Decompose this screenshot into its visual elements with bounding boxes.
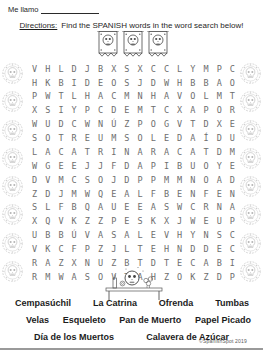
copyright-credit: ©SpanishSpot 2019 — [199, 338, 247, 344]
grid-cell[interactable]: B — [160, 187, 173, 201]
grid-cell[interactable]: C — [226, 62, 239, 76]
grid-cell[interactable]: B — [186, 76, 199, 90]
grid-cell[interactable]: D — [81, 76, 94, 90]
grid-cell[interactable]: W — [81, 118, 94, 132]
grid-cell[interactable]: P — [107, 215, 120, 229]
word-bank-item: Esqueleto — [63, 315, 106, 325]
grid-cell[interactable]: F — [199, 187, 212, 201]
grid-cell[interactable]: X — [68, 256, 81, 270]
grid-cell[interactable]: Í — [199, 131, 212, 145]
name-label: Me llamo — [8, 5, 38, 14]
grid-cell[interactable]: K — [41, 242, 54, 256]
grid-cell[interactable]: R — [68, 131, 81, 145]
grid-cell[interactable]: A — [120, 229, 133, 243]
grid-cell[interactable]: C — [186, 201, 199, 215]
grid-cell[interactable]: L — [41, 201, 54, 215]
grid-cell[interactable]: B — [199, 76, 212, 90]
grid-cell[interactable]: S — [120, 76, 133, 90]
grid-cell[interactable]: X — [160, 215, 173, 229]
grid-cell[interactable]: S — [160, 201, 173, 215]
grid-cell[interactable]: J — [94, 159, 107, 173]
grid-cell[interactable]: A — [213, 173, 226, 187]
grid-cell[interactable]: B — [41, 229, 54, 243]
grid-cell[interactable]: J — [107, 173, 120, 187]
grid-cell[interactable]: G — [160, 118, 173, 132]
grid-cell[interactable]: O — [186, 90, 199, 104]
grid-cell[interactable]: R — [199, 201, 212, 215]
grid-cell[interactable]: D — [28, 173, 41, 187]
grid-cell[interactable]: C — [186, 256, 199, 270]
grid-cell[interactable]: B — [173, 159, 186, 173]
grid-cell[interactable]: Z — [28, 187, 41, 201]
grid-cell[interactable]: A — [186, 104, 199, 118]
grid-cell[interactable]: B — [213, 256, 226, 270]
grid-cell[interactable]: S — [28, 201, 41, 215]
sugar-skull-icon — [2, 204, 23, 225]
grid-cell[interactable]: A — [94, 229, 107, 243]
grid-cell[interactable]: H — [28, 76, 41, 90]
grid-cell[interactable]: O — [134, 131, 147, 145]
grid-cell[interactable]: N — [213, 201, 226, 215]
word-bank-item: La Catrina — [93, 298, 137, 308]
grid-cell[interactable]: M — [226, 145, 239, 159]
grid-cell[interactable]: U — [213, 215, 226, 229]
grid-cell[interactable]: I — [68, 76, 81, 90]
grid-cell[interactable]: K — [147, 215, 160, 229]
grid-cell[interactable]: C — [68, 118, 81, 132]
grid-cell[interactable]: V — [173, 90, 186, 104]
grid-cell[interactable]: I — [226, 256, 239, 270]
grid-cell[interactable]: T — [186, 118, 199, 132]
grid-cell[interactable]: U — [186, 159, 199, 173]
grid-cell[interactable]: V — [41, 173, 54, 187]
grid-cell[interactable]: C — [226, 229, 239, 243]
grid-cell[interactable]: M — [54, 173, 67, 187]
grid-cell[interactable]: L — [28, 145, 41, 159]
grid-cell[interactable]: J — [54, 187, 67, 201]
grid-cell[interactable]: T — [147, 104, 160, 118]
grid-cell[interactable]: A — [186, 145, 199, 159]
grid-cell[interactable]: E — [160, 131, 173, 145]
grid-cell[interactable]: D — [120, 159, 133, 173]
grid-cell[interactable]: S — [120, 62, 133, 76]
grid-cell[interactable]: N — [186, 173, 199, 187]
grid-cell[interactable]: N — [120, 145, 133, 159]
grid-cell[interactable]: D — [186, 242, 199, 256]
grid-cell[interactable]: V — [54, 215, 67, 229]
grid-cell[interactable]: S — [81, 270, 94, 284]
grid-cell[interactable]: F — [54, 201, 67, 215]
grid-cell[interactable]: J — [173, 215, 186, 229]
grid-cell[interactable]: M — [199, 62, 212, 76]
grid-cell[interactable]: U — [107, 201, 120, 215]
grid-cell[interactable]: N — [186, 187, 199, 201]
grid-cell[interactable]: K — [68, 215, 81, 229]
skull-flag-icon — [147, 29, 169, 60]
grid-cell[interactable]: C — [107, 90, 120, 104]
grid-cell[interactable]: O — [173, 270, 186, 284]
grid-cell[interactable]: K — [41, 76, 54, 90]
grid-cell[interactable]: A — [160, 145, 173, 159]
grid-cell[interactable]: Q — [81, 201, 94, 215]
grid-cell[interactable]: D — [54, 118, 67, 132]
grid-cell[interactable]: N — [173, 242, 186, 256]
grid-cell[interactable]: T — [54, 131, 67, 145]
grid-cell[interactable]: A — [120, 187, 133, 201]
grid-cell[interactable]: B — [54, 76, 67, 90]
grid-cell[interactable]: C — [68, 173, 81, 187]
grid-cell[interactable]: C — [160, 62, 173, 76]
grid-cell[interactable]: F — [107, 159, 120, 173]
grid-cell[interactable]: U — [41, 118, 54, 132]
grid-cell[interactable]: C — [173, 145, 186, 159]
grid-cell[interactable]: N — [226, 187, 239, 201]
grid-cell[interactable]: E — [120, 215, 133, 229]
papel-picado-banner — [97, 29, 169, 62]
grid-cell[interactable]: J — [107, 242, 120, 256]
grid-cell[interactable]: G — [41, 159, 54, 173]
grid-cell[interactable]: P — [28, 90, 41, 104]
grid-cell[interactable]: S — [213, 229, 226, 243]
grid-cell[interactable]: T — [199, 145, 212, 159]
grid-cell[interactable]: Z — [199, 270, 212, 284]
sugar-skull-icon — [240, 204, 261, 225]
grid-cell[interactable]: E — [81, 131, 94, 145]
grid-cell[interactable]: D — [213, 131, 226, 145]
grid-cell[interactable]: B — [68, 201, 81, 215]
grid-cell[interactable]: W — [81, 187, 94, 201]
grid-cell[interactable]: P — [147, 173, 160, 187]
grid-cell[interactable]: D — [147, 76, 160, 90]
grid-cell[interactable]: K — [186, 270, 199, 284]
grid-cell[interactable]: P — [199, 104, 212, 118]
sugar-skull-icon — [2, 63, 23, 84]
sugar-skull-icon — [2, 91, 23, 112]
grid-cell[interactable]: W — [28, 118, 41, 132]
grid-cell[interactable]: L — [147, 131, 160, 145]
grid-cell[interactable]: S — [107, 229, 120, 243]
directions-label: Directions: — [20, 21, 58, 30]
grid-cell[interactable]: P — [213, 62, 226, 76]
grid-cell[interactable]: N — [94, 118, 107, 132]
grid-cell[interactable]: U — [226, 131, 239, 145]
sugar-skull-icon — [240, 63, 261, 84]
grid-cell[interactable]: O — [94, 173, 107, 187]
grid-cell[interactable]: E — [54, 159, 67, 173]
grid-cell[interactable]: T — [134, 242, 147, 256]
grid-cell[interactable]: N — [199, 229, 212, 243]
grid-cell[interactable]: U — [94, 131, 107, 145]
grid-cell[interactable]: W — [41, 90, 54, 104]
grid-cell[interactable]: C — [147, 62, 160, 76]
grid-cell[interactable]: A — [199, 256, 212, 270]
grid-cell[interactable]: E — [120, 104, 133, 118]
grid-cell[interactable]: X — [107, 62, 120, 76]
grid-cell[interactable]: L — [120, 242, 133, 256]
grid-cell[interactable]: A — [94, 90, 107, 104]
sugar-skull-icon — [2, 261, 23, 282]
sugar-skull-icon — [240, 148, 261, 169]
grid-cell[interactable]: R — [226, 104, 239, 118]
grid-cell[interactable]: D — [107, 104, 120, 118]
sugar-skull-icon — [2, 233, 23, 254]
grid-cell[interactable]: Y — [213, 159, 226, 173]
grid-cell[interactable]: O — [199, 159, 212, 173]
word-bank-row: CempasúchilLa CatrinaOfrendaTumbas — [0, 294, 263, 311]
sugar-skull-icon — [2, 148, 23, 169]
grid-cell[interactable]: O — [199, 173, 212, 187]
grid-cell[interactable]: Y — [186, 62, 199, 76]
grid-cell[interactable]: D — [120, 173, 133, 187]
grid-cell[interactable]: D — [213, 145, 226, 159]
grid-cell[interactable]: P — [81, 104, 94, 118]
grid-cell[interactable]: C — [54, 145, 67, 159]
grid-cell[interactable]: D — [213, 270, 226, 284]
grid-cell[interactable]: A — [134, 145, 147, 159]
grid-cell[interactable]: O — [147, 118, 160, 132]
grid-cell[interactable]: L — [134, 187, 147, 201]
sugar-skull-icon — [240, 261, 261, 282]
grid-cell[interactable]: D — [199, 118, 212, 132]
grid-cell[interactable]: I — [107, 145, 120, 159]
grid-cell[interactable]: A — [134, 159, 147, 173]
grid-cell[interactable]: B — [94, 62, 107, 76]
grid-cell[interactable]: O — [41, 131, 54, 145]
grid-cell[interactable]: W — [173, 201, 186, 215]
grid-cell[interactable]: Q — [94, 187, 107, 201]
grid-cell[interactable]: C — [160, 104, 173, 118]
grid-cell[interactable]: V — [28, 62, 41, 76]
grid-cell[interactable]: E — [213, 187, 226, 201]
word-bank-item: Papel Picado — [195, 315, 251, 325]
grid-cell[interactable]: I — [54, 104, 67, 118]
grid-cell[interactable]: H — [173, 76, 186, 90]
word-bank-item: Velas — [26, 315, 49, 325]
grid-cell[interactable]: Q — [41, 215, 54, 229]
grid-cell[interactable]: P — [147, 159, 160, 173]
grid-cell[interactable]: B — [54, 229, 67, 243]
grid-cell[interactable]: T — [54, 90, 67, 104]
grid-cell[interactable]: E — [147, 229, 160, 243]
grid-cell[interactable]: J — [81, 159, 94, 173]
grid-cell[interactable]: X — [28, 215, 41, 229]
grid-cell[interactable]: Z — [94, 242, 107, 256]
word-bank-item: Tumbas — [215, 298, 249, 308]
grid-cell[interactable]: H — [81, 90, 94, 104]
grid-cell[interactable]: R — [147, 145, 160, 159]
grid-cell[interactable]: R — [94, 145, 107, 159]
skull-flag-icon — [122, 29, 144, 60]
grid-cell[interactable]: P — [134, 118, 147, 132]
grid-cell[interactable]: A — [160, 90, 173, 104]
grid-cell[interactable]: E — [147, 242, 160, 256]
grid-cell[interactable]: M — [160, 173, 173, 187]
grid-cell[interactable]: F — [147, 187, 160, 201]
grid-cell[interactable]: S — [81, 173, 94, 187]
grid-cell[interactable]: Y — [186, 229, 199, 243]
grid-cell[interactable]: A — [147, 201, 160, 215]
grid-cell[interactable]: D — [173, 131, 186, 145]
grid-cell[interactable]: A — [94, 201, 107, 215]
word-bank-item: Ofrenda — [159, 298, 194, 308]
grid-cell[interactable]: O — [226, 76, 239, 90]
grid-cell[interactable]: M — [134, 104, 147, 118]
grid-cell[interactable]: O — [107, 76, 120, 90]
sugar-skull-icon — [240, 176, 261, 197]
grid-cell[interactable]: W — [186, 215, 199, 229]
grid-cell[interactable]: D — [41, 187, 54, 201]
grid-cell[interactable]: E — [226, 118, 239, 132]
grid-cell[interactable]: N — [134, 90, 147, 104]
grid-cell[interactable]: A — [226, 201, 239, 215]
left-skull-column — [2, 63, 23, 282]
grid-cell[interactable]: O — [213, 104, 226, 118]
grid-cell[interactable]: E — [226, 159, 239, 173]
word-bank-item: Pan de Muerto — [119, 315, 181, 325]
grid-cell[interactable]: M — [120, 90, 133, 104]
grid-cell[interactable]: E — [134, 201, 147, 215]
grid-cell[interactable]: E — [94, 76, 107, 90]
grid-cell[interactable]: P — [134, 173, 147, 187]
word-bank-item: Día de los Muertos — [34, 332, 114, 342]
letter-grid: VHLDJBXSXCCLYMPCHKBIDEOSJDWHBBAOPWTLHACM… — [28, 62, 239, 284]
grid-cell[interactable]: Z — [81, 215, 94, 229]
grid-cell[interactable]: I — [160, 159, 173, 173]
grid-cell[interactable]: S — [134, 215, 147, 229]
grid-cell[interactable]: X — [134, 62, 147, 76]
grid-cell[interactable]: D — [226, 173, 239, 187]
grid-cell[interactable]: S — [120, 131, 133, 145]
grid-cell[interactable]: F — [68, 242, 81, 256]
grid-cell[interactable]: J — [134, 76, 147, 90]
grid-cell[interactable]: Y — [68, 104, 81, 118]
grid-cell[interactable]: X — [173, 104, 186, 118]
grid-cell[interactable]: M — [41, 270, 54, 284]
grid-cell[interactable]: D — [199, 242, 212, 256]
grid-cell[interactable]: Z — [120, 118, 133, 132]
grid-cell[interactable]: A — [186, 131, 199, 145]
grid-cell[interactable]: V — [173, 118, 186, 132]
sugar-skull-icon — [240, 120, 261, 141]
right-skull-column — [240, 63, 261, 282]
grid-cell[interactable]: A — [213, 76, 226, 90]
word-bank-row: VelasEsqueletoPan de MuertoPapel Picado — [0, 311, 263, 328]
grid-cell[interactable]: L — [199, 90, 212, 104]
grid-cell[interactable]: W — [54, 270, 67, 284]
grid-cell[interactable]: X — [213, 118, 226, 132]
grid-cell[interactable]: P — [226, 270, 239, 284]
grid-cell[interactable]: M — [107, 131, 120, 145]
grid-cell[interactable]: A — [41, 145, 54, 159]
grid-cell[interactable]: C — [54, 242, 67, 256]
sugar-skull-icon — [2, 120, 23, 141]
grid-cell[interactable]: E — [173, 187, 186, 201]
grid-cell[interactable]: M — [173, 173, 186, 187]
sugar-skull-icon — [240, 91, 261, 112]
grid-cell[interactable]: Ú — [68, 229, 81, 243]
grid-cell[interactable]: P — [226, 215, 239, 229]
grid-cell[interactable]: A — [68, 145, 81, 159]
name-line: Me llamo — [8, 5, 99, 14]
grid-cell[interactable]: E — [213, 242, 226, 256]
grid-cell[interactable]: S — [28, 131, 41, 145]
grid-cell[interactable]: H — [173, 229, 186, 243]
grid-cell[interactable]: W — [28, 159, 41, 173]
grid-cell[interactable]: H — [147, 90, 160, 104]
grid-cell[interactable]: A — [41, 256, 54, 270]
grid-cell[interactable]: R — [28, 256, 41, 270]
worksheet-page: Me llamo Directions: Find the SPANISH wo… — [0, 0, 263, 350]
grid-cell[interactable]: T — [226, 90, 239, 104]
grid-cell[interactable]: L — [54, 62, 67, 76]
grid-cell[interactable]: S — [41, 104, 54, 118]
grid-cell[interactable]: E — [173, 256, 186, 270]
name-blank-line[interactable] — [41, 6, 99, 14]
grid-cell[interactable]: T — [81, 145, 94, 159]
grid-cell[interactable]: N — [81, 256, 94, 270]
grid-cell[interactable]: E — [199, 215, 212, 229]
grid-cell[interactable]: R — [28, 270, 41, 284]
grid-cell[interactable]: Z — [94, 215, 107, 229]
grid-cell[interactable]: C — [94, 104, 107, 118]
grid-cell[interactable]: V — [81, 229, 94, 243]
grid-cell[interactable]: L — [68, 90, 81, 104]
sugar-skull-icon — [240, 233, 261, 254]
sugar-skull-icon — [2, 176, 23, 197]
grid-cell[interactable]: A — [68, 270, 81, 284]
grid-cell[interactable]: E — [107, 187, 120, 201]
grid-cell[interactable]: X — [28, 104, 41, 118]
grid-cell[interactable]: C — [226, 242, 239, 256]
grid-cell[interactable]: L — [134, 229, 147, 243]
skull-flag-icon — [97, 29, 119, 60]
grid-cell[interactable]: L — [173, 62, 186, 76]
grid-cell[interactable]: W — [160, 76, 173, 90]
grid-cell[interactable]: M — [68, 187, 81, 201]
grid-cell[interactable]: U — [28, 229, 41, 243]
grid-cell[interactable]: Z — [54, 256, 67, 270]
grid-cell[interactable]: P — [81, 242, 94, 256]
grid-cell[interactable]: E — [68, 159, 81, 173]
grid-cell[interactable]: Ú — [107, 118, 120, 132]
grid-cell[interactable]: J — [81, 62, 94, 76]
grid-cell[interactable]: H — [41, 62, 54, 76]
grid-cell[interactable]: M — [213, 90, 226, 104]
grid-cell[interactable]: H — [160, 242, 173, 256]
grid-cell[interactable]: V — [28, 242, 41, 256]
word-bank-item: Cempasúchil — [15, 298, 71, 308]
grid-cell[interactable]: E — [120, 201, 133, 215]
grid-cell[interactable]: V — [160, 229, 173, 243]
grid-cell[interactable]: D — [68, 62, 81, 76]
